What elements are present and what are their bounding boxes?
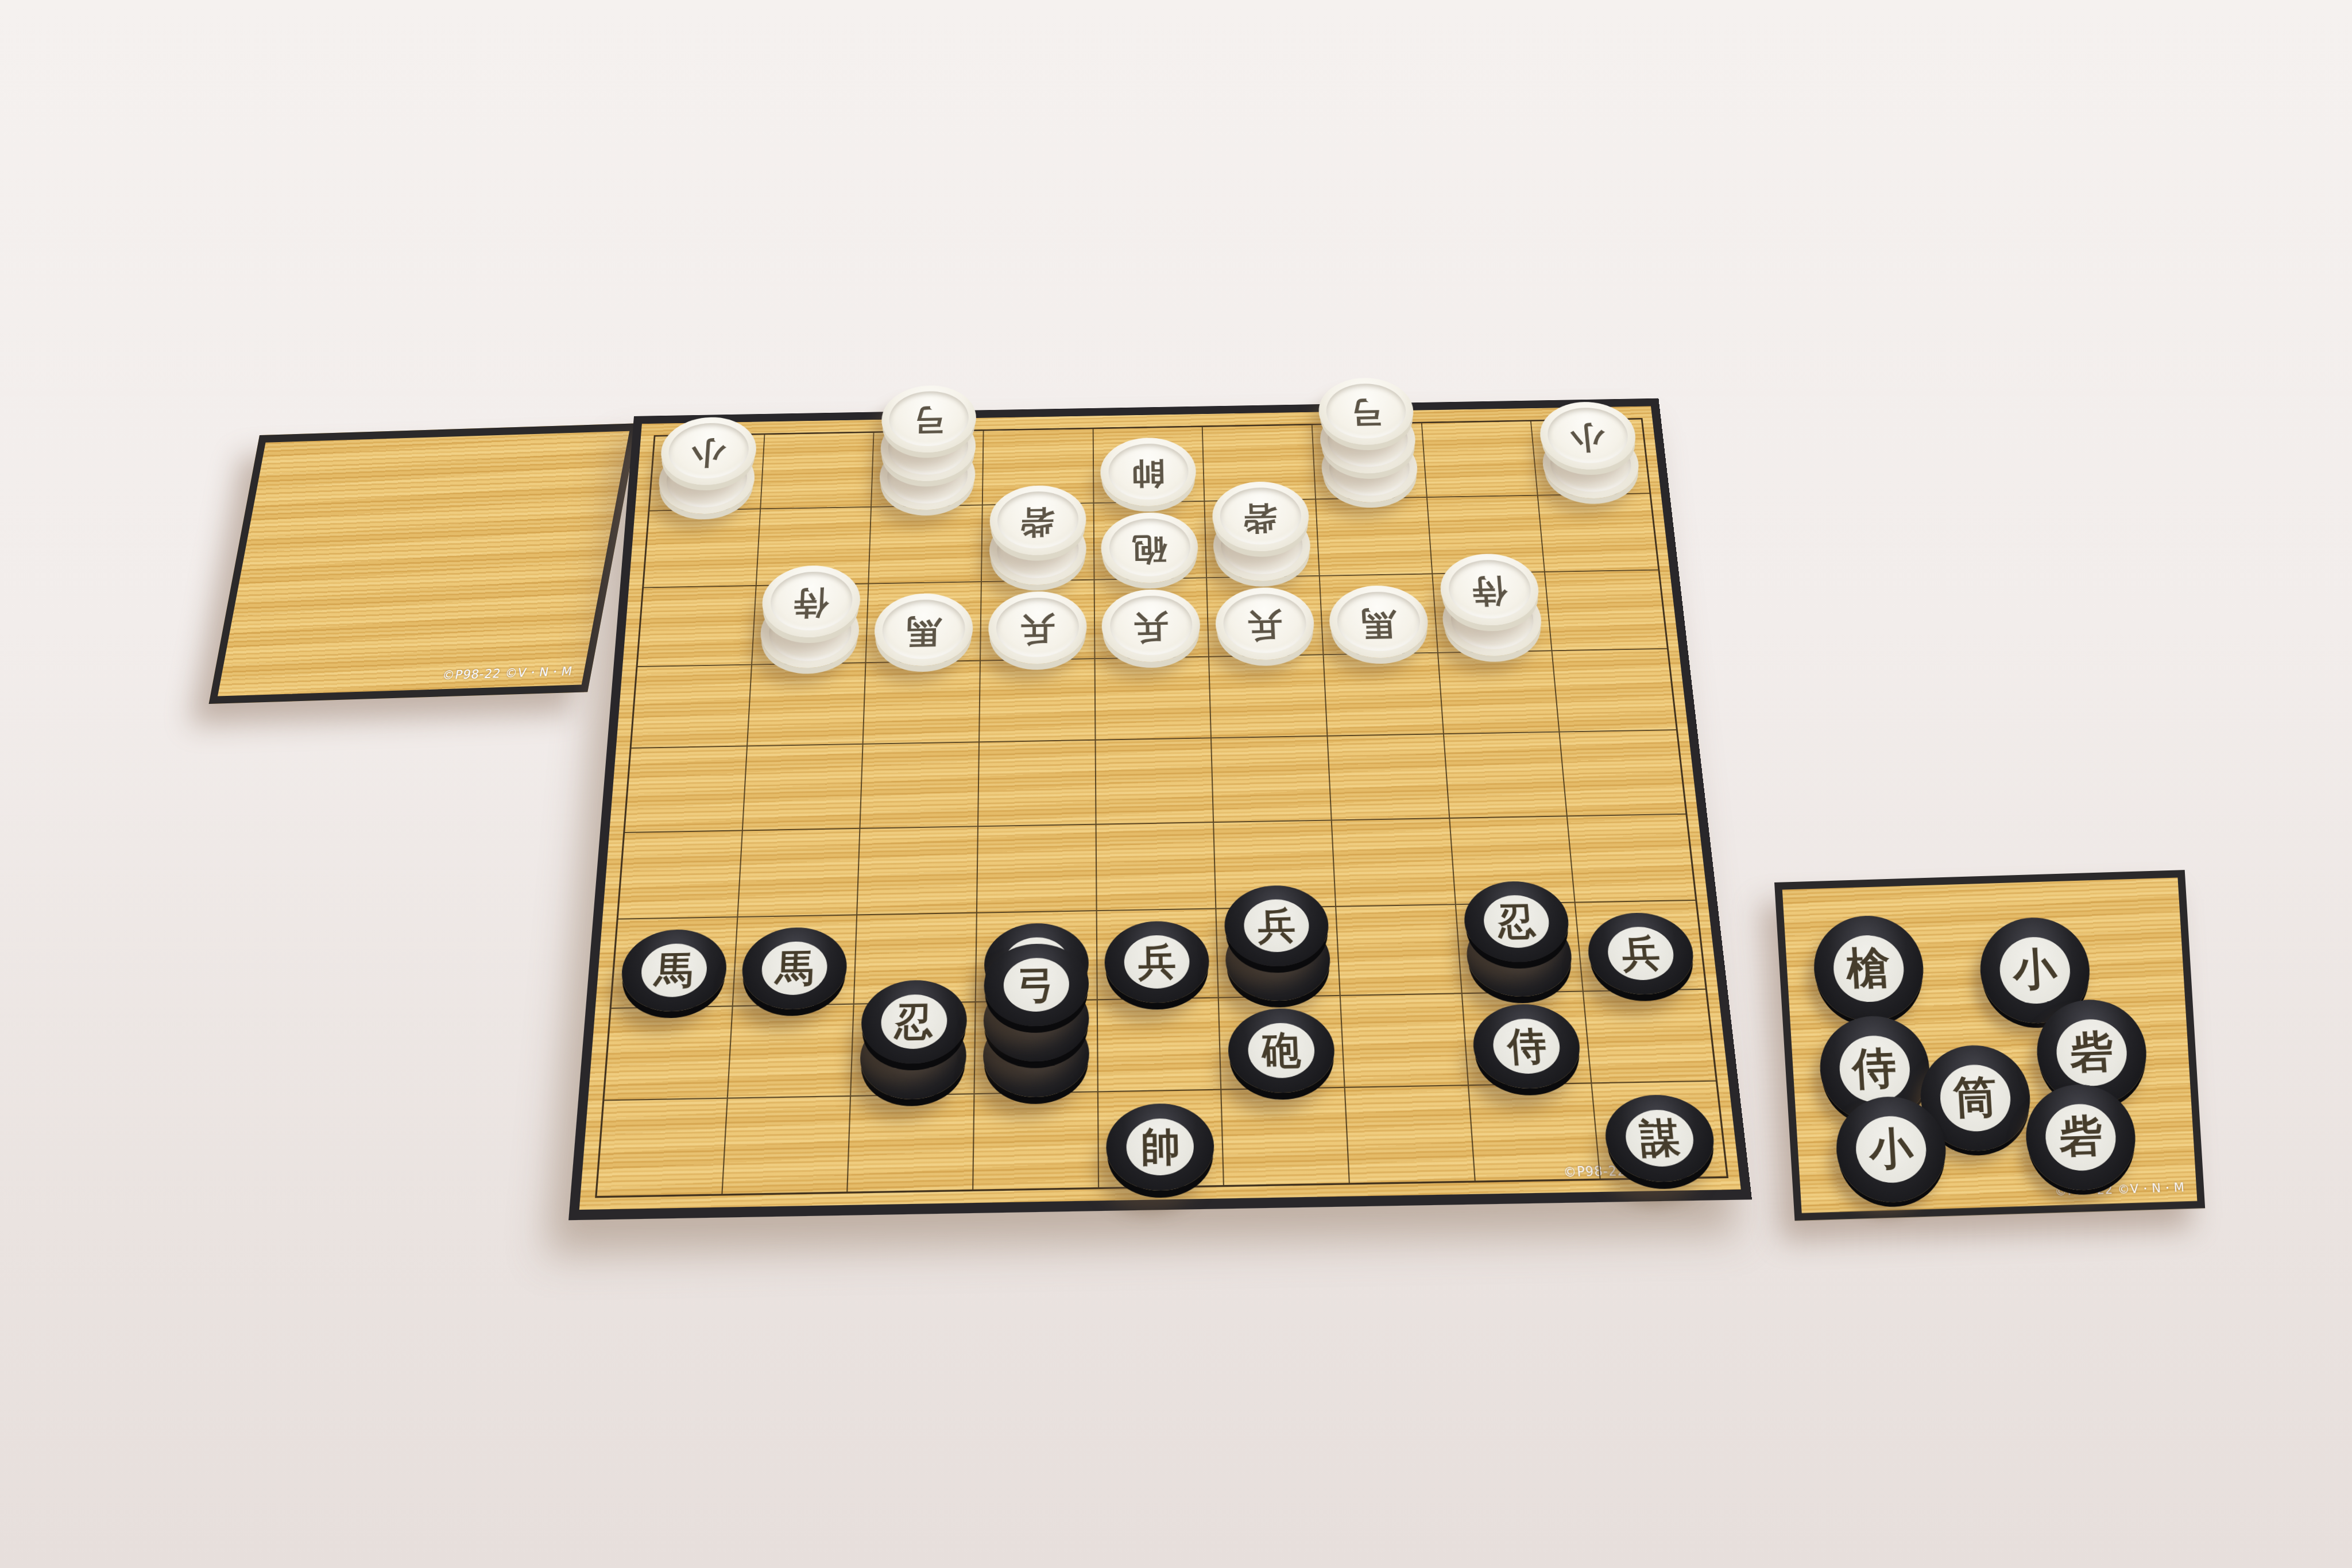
piece-kanji: 兵 [1138, 936, 1177, 988]
cell-r7c9[interactable]: 兵 [1576, 901, 1705, 992]
cell-r4c3[interactable] [864, 661, 981, 745]
cell-r5c5[interactable] [1096, 739, 1214, 825]
cell-r5c7[interactable] [1328, 735, 1450, 820]
piece-white-soldier-hyou[interactable]: 兵 [1214, 587, 1316, 661]
piece-kanji: 忍 [894, 996, 934, 1049]
cell-r3c8[interactable]: 侍 [1433, 572, 1553, 653]
cell-r9c1[interactable] [597, 1099, 728, 1196]
piece-face: 侍 [1837, 1035, 1912, 1104]
piece-face: 謀 [1623, 1110, 1696, 1168]
reserve-piece-black-spear-yari[interactable]: 槍 [1811, 915, 1926, 1024]
cell-r4c8[interactable] [1438, 651, 1560, 734]
piece-face: 槍 [1831, 935, 1905, 1004]
piece-white-soldier-hyou[interactable]: 兵 [1102, 589, 1201, 663]
piece-kanji: 筒 [1952, 1068, 1999, 1128]
piece-white-archer-yumi[interactable]: 弓 [1317, 377, 1415, 446]
piece-kanji: 兵 [1619, 928, 1662, 980]
piece-white-fortress-toride[interactable]: 砦 [989, 485, 1086, 556]
piece-kanji-inverted: 兵 [1214, 589, 1316, 663]
cell-r8c1[interactable] [604, 1006, 733, 1101]
cell-r9c8[interactable] [1469, 1083, 1601, 1180]
cell-r8c5[interactable] [1097, 998, 1221, 1092]
piece-face: 忍 [880, 994, 947, 1050]
piece-kanji: 忍 [1496, 896, 1538, 947]
piece-black-cavalry-uma[interactable]: 馬 [619, 929, 729, 1013]
piece-kanji: 侍 [1851, 1039, 1898, 1099]
cell-r5c8[interactable] [1444, 733, 1568, 818]
piece-kanji-inverted: 小 [1537, 403, 1639, 472]
piece-face: 兵 [1124, 935, 1190, 989]
piece-kanji-inverted: 侍 [1438, 555, 1542, 628]
piece-kanji-inverted: 砦 [989, 486, 1086, 557]
cell-r1c9[interactable]: 小 [1531, 420, 1649, 496]
cell-r2c6[interactable]: 砦 [1205, 500, 1320, 578]
piece-kanji-inverted: 侍 [761, 567, 862, 640]
studio-scene: ©P98-22 ©V・N・M 小弓帥弓小砦砲砦侍馬兵兵兵馬侍馬馬兵兵兵忍兵忍弓砲… [0, 0, 2352, 1568]
cell-r5c1[interactable] [625, 747, 747, 833]
cell-r4c6[interactable] [1209, 655, 1328, 738]
cell-r6c5[interactable] [1096, 823, 1217, 911]
cell-r7c5[interactable]: 兵 [1097, 909, 1219, 1000]
piece-kanji: 馬 [653, 944, 695, 997]
piece-kanji-inverted: 兵 [1102, 591, 1201, 665]
piece-kanji: 砦 [2057, 1107, 2104, 1167]
piece-kanji: 侍 [1506, 1020, 1549, 1074]
cell-r3c3[interactable]: 馬 [866, 582, 982, 663]
cell-r5c4[interactable] [978, 741, 1096, 827]
piece-white-cavalry-uma[interactable]: 馬 [873, 593, 973, 667]
piece-face: 砦 [2044, 1103, 2118, 1172]
cell-r4c7[interactable] [1324, 653, 1444, 737]
cell-r4c5[interactable] [1095, 657, 1212, 741]
piece-white-samurai-ji[interactable]: 侍 [1438, 553, 1542, 626]
piece-face: 忍 [1482, 895, 1551, 948]
piece-kanji-inverted: 馬 [1328, 587, 1430, 661]
cell-r7c7[interactable] [1336, 905, 1462, 996]
cell-r6c4[interactable] [977, 824, 1097, 913]
piece-white-soldier-hyou[interactable]: 兵 [988, 591, 1086, 665]
cell-r1c5[interactable]: 帥 [1093, 427, 1205, 504]
piece-black-soldier-hyou[interactable]: 兵 [1585, 912, 1697, 996]
board-grid: 小弓帥弓小砦砲砦侍馬兵兵兵馬侍馬馬兵兵兵忍兵忍弓砲侍帥謀 [595, 418, 1728, 1198]
cell-r2c1[interactable] [644, 509, 761, 588]
cell-r3c6[interactable]: 兵 [1207, 576, 1324, 657]
cell-r8c2[interactable] [728, 1004, 854, 1098]
piece-black-marshal-sui[interactable]: 帥 [1106, 1103, 1215, 1192]
cell-r7c6[interactable]: 兵 [1217, 907, 1341, 998]
cell-r1c1[interactable]: 小 [649, 435, 765, 511]
cell-r9c3[interactable] [848, 1094, 975, 1191]
cell-r1c2[interactable] [761, 433, 875, 509]
piece-face: 砦 [2055, 1019, 2129, 1087]
piece-white-cavalry-uma[interactable]: 馬 [1328, 584, 1430, 659]
piece-white-fortress-toride[interactable]: 砦 [1212, 481, 1310, 552]
piece-kanji-inverted: 弓 [880, 386, 976, 455]
piece-white-archer-yumi[interactable]: 弓 [881, 385, 977, 453]
piece-face: 馬 [640, 943, 709, 998]
copyright-label: ©P98-22 ©V・N・M [441, 663, 574, 683]
cell-r7c1[interactable]: 馬 [612, 917, 738, 1009]
piece-white-samurai-ji[interactable]: 侍 [761, 564, 862, 638]
piece-kanji-inverted: 弓 [1317, 379, 1415, 447]
piece-kanji-inverted: 帥 [1100, 439, 1197, 509]
cell-r4c9[interactable] [1553, 649, 1676, 733]
piece-white-lieutenant-sho[interactable]: 小 [659, 416, 758, 486]
piece-face: 兵 [1243, 899, 1310, 953]
piece-kanji: 槍 [1845, 939, 1892, 999]
piece-white-marshal-sui[interactable]: 帥 [1100, 437, 1197, 507]
cell-r4c4[interactable] [980, 659, 1096, 742]
reserve-piece-black-fortress-toride[interactable]: 砦 [2023, 1083, 2138, 1192]
cell-r2c5[interactable]: 砲 [1094, 502, 1207, 580]
cell-r5c2[interactable] [742, 745, 863, 831]
piece-black-cannon-hou[interactable]: 砲 [1227, 1008, 1336, 1094]
white-reserve-tray[interactable]: ©P98-22 ©V・N・M [209, 423, 639, 704]
cell-r9c6[interactable] [1222, 1088, 1350, 1185]
piece-face: 馬 [761, 941, 829, 996]
cell-r6c1[interactable] [618, 831, 743, 919]
piece-kanji: 兵 [1257, 900, 1297, 952]
piece-kanji-inverted: 砦 [1212, 483, 1310, 554]
cell-r1c7[interactable]: 弓 [1313, 423, 1428, 500]
cell-r3c5[interactable]: 兵 [1094, 578, 1209, 659]
piece-face: 帥 [1127, 1118, 1195, 1176]
piece-kanji: 小 [1867, 1119, 1914, 1179]
cell-r8c3[interactable]: 忍 [851, 1002, 976, 1097]
piece-face: 小 [1998, 936, 2072, 1005]
cell-r1c3[interactable]: 弓 [872, 431, 984, 508]
cell-r6c9[interactable] [1568, 814, 1695, 903]
piece-kanji: 馬 [775, 942, 815, 994]
cell-r2c9[interactable] [1538, 494, 1658, 572]
piece-white-lieutenant-sho[interactable]: 小 [1537, 401, 1639, 470]
piece-kanji: 砲 [1261, 1024, 1302, 1078]
piece-black-samurai-ji[interactable]: 侍 [1471, 1004, 1584, 1090]
cell-r5c6[interactable] [1212, 737, 1332, 823]
cell-r8c4[interactable]: 弓 [975, 1000, 1098, 1094]
piece-kanji: 砦 [2068, 1023, 2115, 1083]
piece-black-tactician-bou[interactable]: 謀 [1602, 1094, 1719, 1183]
cell-r9c5[interactable]: 帥 [1098, 1090, 1225, 1187]
cell-r7c8[interactable]: 忍 [1456, 903, 1584, 994]
cell-r6c7[interactable] [1332, 818, 1456, 907]
cell-r7c2[interactable]: 馬 [733, 915, 857, 1006]
piece-face: 小 [1854, 1115, 1928, 1184]
piece-kanji-inverted: 小 [659, 418, 758, 487]
piece-kanji-inverted: 兵 [988, 593, 1086, 667]
piece-white-cannon-hou[interactable]: 砲 [1101, 512, 1200, 583]
cell-r2c3[interactable] [869, 505, 983, 584]
piece-kanji: 帥 [1140, 1120, 1181, 1175]
piece-kanji-inverted: 砲 [1101, 514, 1200, 586]
cell-r3c4[interactable]: 兵 [981, 580, 1095, 661]
piece-face: 弓 [1003, 958, 1069, 1012]
cell-r5c9[interactable] [1560, 730, 1686, 816]
piece-face: 筒 [1938, 1064, 2012, 1133]
piece-face: 侍 [1492, 1019, 1562, 1075]
cell-r8c8[interactable]: 侍 [1463, 992, 1592, 1086]
black-reserve-tray[interactable]: ©P98-22 ©V・N・M 槍小侍筒砦小砦 [1774, 870, 2205, 1221]
cell-r4c1[interactable] [632, 665, 752, 749]
cell-r8c6[interactable]: 砲 [1219, 996, 1345, 1090]
piece-face: 兵 [1606, 927, 1676, 981]
piece-face: 砲 [1247, 1023, 1316, 1079]
cell-r9c2[interactable] [722, 1097, 851, 1194]
piece-kanji: 弓 [1017, 959, 1055, 1011]
cell-r4c2[interactable] [748, 663, 866, 746]
cell-r3c1[interactable] [637, 586, 756, 667]
cell-r1c8[interactable] [1422, 421, 1538, 498]
piece-kanji: 小 [2011, 940, 2059, 1000]
piece-black-soldier-hyou[interactable]: 兵 [1105, 920, 1210, 1004]
cell-r2c4[interactable]: 砦 [982, 504, 1094, 582]
cell-r2c7[interactable] [1316, 498, 1433, 576]
cell-r8c9[interactable] [1584, 990, 1716, 1084]
cell-r6c2[interactable] [738, 828, 861, 917]
cell-r9c7[interactable] [1345, 1086, 1476, 1183]
cell-r8c7[interactable] [1341, 994, 1469, 1088]
cell-r9c4[interactable] [973, 1092, 1099, 1189]
cell-r5c3[interactable] [861, 743, 980, 829]
cell-r3c9[interactable] [1545, 571, 1667, 652]
cell-r9c9[interactable]: 謀 [1592, 1082, 1727, 1179]
piece-black-cavalry-uma[interactable]: 馬 [740, 927, 848, 1011]
gungi-board: 小弓帥弓小砦砲砦侍馬兵兵兵馬侍馬馬兵兵兵忍兵忍弓砲侍帥謀 ©P98-22 ©V・… [568, 398, 1752, 1221]
cell-r3c2[interactable]: 侍 [752, 584, 869, 665]
piece-kanji-inverted: 馬 [873, 595, 973, 669]
cell-r3c7[interactable]: 馬 [1320, 574, 1438, 655]
piece-kanji: 謀 [1638, 1111, 1682, 1167]
cell-r6c3[interactable] [857, 827, 978, 915]
